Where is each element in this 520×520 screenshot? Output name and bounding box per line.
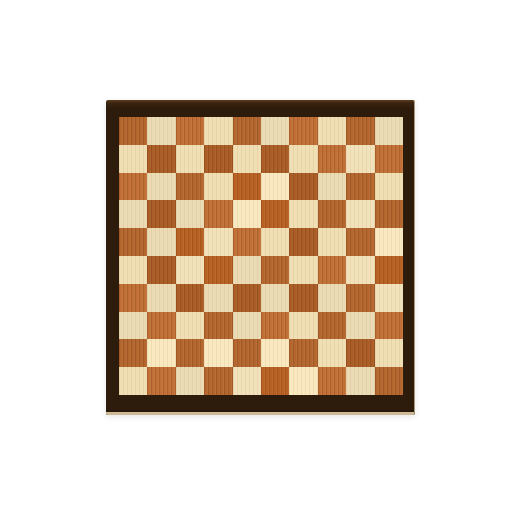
square-r5c3[interactable]: [176, 228, 204, 256]
square-r1c4[interactable]: [204, 117, 232, 145]
square-r9c2[interactable]: [147, 339, 175, 367]
square-r6c3[interactable]: [176, 256, 204, 284]
square-r7c7[interactable]: [289, 284, 317, 312]
square-r9c6[interactable]: [261, 339, 289, 367]
square-r10c2[interactable]: [147, 367, 175, 395]
square-r3c4[interactable]: [204, 173, 232, 201]
product-photo: [0, 0, 520, 520]
square-r4c9[interactable]: [346, 200, 374, 228]
square-r7c3[interactable]: [176, 284, 204, 312]
square-r6c7[interactable]: [289, 256, 317, 284]
square-r9c9[interactable]: [346, 339, 374, 367]
square-r2c7[interactable]: [289, 145, 317, 173]
square-r4c5[interactable]: [233, 200, 261, 228]
square-r5c6[interactable]: [261, 228, 289, 256]
square-r7c4[interactable]: [204, 284, 232, 312]
square-r8c8[interactable]: [318, 312, 346, 340]
square-r10c3[interactable]: [176, 367, 204, 395]
square-r2c8[interactable]: [318, 145, 346, 173]
square-r7c6[interactable]: [261, 284, 289, 312]
square-r8c4[interactable]: [204, 312, 232, 340]
square-r6c10[interactable]: [375, 256, 403, 284]
square-r4c2[interactable]: [147, 200, 175, 228]
square-r2c6[interactable]: [261, 145, 289, 173]
square-r3c2[interactable]: [147, 173, 175, 201]
square-r6c2[interactable]: [147, 256, 175, 284]
square-r3c1[interactable]: [119, 173, 147, 201]
square-r8c10[interactable]: [375, 312, 403, 340]
square-r8c9[interactable]: [346, 312, 374, 340]
square-r9c5[interactable]: [233, 339, 261, 367]
square-r4c10[interactable]: [375, 200, 403, 228]
board-grid: [119, 117, 403, 395]
square-r6c8[interactable]: [318, 256, 346, 284]
square-r7c5[interactable]: [233, 284, 261, 312]
square-r6c9[interactable]: [346, 256, 374, 284]
square-r10c7[interactable]: [289, 367, 317, 395]
square-r4c7[interactable]: [289, 200, 317, 228]
square-r9c8[interactable]: [318, 339, 346, 367]
square-r8c1[interactable]: [119, 312, 147, 340]
square-r1c5[interactable]: [233, 117, 261, 145]
square-r4c8[interactable]: [318, 200, 346, 228]
draughts-board-frame: [106, 100, 415, 415]
square-r1c2[interactable]: [147, 117, 175, 145]
square-r5c10[interactable]: [375, 228, 403, 256]
square-r10c10[interactable]: [375, 367, 403, 395]
square-r5c4[interactable]: [204, 228, 232, 256]
square-r10c5[interactable]: [233, 367, 261, 395]
square-r7c2[interactable]: [147, 284, 175, 312]
square-r1c9[interactable]: [346, 117, 374, 145]
square-r2c10[interactable]: [375, 145, 403, 173]
square-r8c7[interactable]: [289, 312, 317, 340]
square-r5c9[interactable]: [346, 228, 374, 256]
square-r9c1[interactable]: [119, 339, 147, 367]
square-r10c6[interactable]: [261, 367, 289, 395]
square-r4c3[interactable]: [176, 200, 204, 228]
square-r3c3[interactable]: [176, 173, 204, 201]
square-r6c4[interactable]: [204, 256, 232, 284]
square-r3c6[interactable]: [261, 173, 289, 201]
square-r2c9[interactable]: [346, 145, 374, 173]
square-r8c3[interactable]: [176, 312, 204, 340]
square-r2c2[interactable]: [147, 145, 175, 173]
square-r9c10[interactable]: [375, 339, 403, 367]
square-r5c1[interactable]: [119, 228, 147, 256]
square-r5c2[interactable]: [147, 228, 175, 256]
square-r5c7[interactable]: [289, 228, 317, 256]
square-r2c5[interactable]: [233, 145, 261, 173]
square-r7c8[interactable]: [318, 284, 346, 312]
square-r5c8[interactable]: [318, 228, 346, 256]
square-r4c6[interactable]: [261, 200, 289, 228]
square-r1c8[interactable]: [318, 117, 346, 145]
square-r6c1[interactable]: [119, 256, 147, 284]
square-r3c10[interactable]: [375, 173, 403, 201]
square-r3c5[interactable]: [233, 173, 261, 201]
square-r4c4[interactable]: [204, 200, 232, 228]
square-r7c10[interactable]: [375, 284, 403, 312]
square-r3c8[interactable]: [318, 173, 346, 201]
square-r1c10[interactable]: [375, 117, 403, 145]
square-r2c4[interactable]: [204, 145, 232, 173]
square-r10c1[interactable]: [119, 367, 147, 395]
square-r9c3[interactable]: [176, 339, 204, 367]
square-r8c2[interactable]: [147, 312, 175, 340]
square-r7c1[interactable]: [119, 284, 147, 312]
square-r6c6[interactable]: [261, 256, 289, 284]
square-r9c4[interactable]: [204, 339, 232, 367]
square-r8c6[interactable]: [261, 312, 289, 340]
square-r6c5[interactable]: [233, 256, 261, 284]
square-r10c8[interactable]: [318, 367, 346, 395]
square-r1c7[interactable]: [289, 117, 317, 145]
square-r1c3[interactable]: [176, 117, 204, 145]
square-r1c1[interactable]: [119, 117, 147, 145]
square-r3c7[interactable]: [289, 173, 317, 201]
square-r1c6[interactable]: [261, 117, 289, 145]
square-r10c9[interactable]: [346, 367, 374, 395]
square-r2c3[interactable]: [176, 145, 204, 173]
square-r10c4[interactable]: [204, 367, 232, 395]
square-r3c9[interactable]: [346, 173, 374, 201]
square-r2c1[interactable]: [119, 145, 147, 173]
square-r7c9[interactable]: [346, 284, 374, 312]
square-r9c7[interactable]: [289, 339, 317, 367]
square-r5c5[interactable]: [233, 228, 261, 256]
square-r4c1[interactable]: [119, 200, 147, 228]
square-r8c5[interactable]: [233, 312, 261, 340]
